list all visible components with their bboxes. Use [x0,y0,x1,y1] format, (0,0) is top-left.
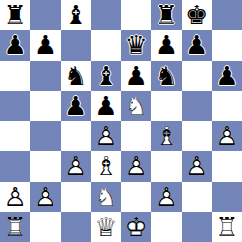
square-g1[interactable] [182,212,212,242]
black-pawn-icon: ♟ [34,32,57,58]
square-h4[interactable]: ♟♙ [212,121,242,151]
white-bishop-outline-icon: ♗ [155,123,178,149]
square-a4[interactable] [0,121,30,151]
piece-white-pawn[interactable]: ♟♙ [0,182,30,212]
square-g7[interactable]: ♟ [182,30,212,60]
black-pawn-icon: ♟ [155,32,178,58]
black-rook-icon: ♜ [155,2,178,28]
piece-black-pawn[interactable]: ♟ [182,30,212,60]
square-e6[interactable]: ♟ [121,61,151,91]
square-d8[interactable] [91,0,121,30]
square-a1[interactable]: ♜♖ [0,212,30,242]
piece-white-bishop[interactable]: ♝♗ [151,121,181,151]
square-f3[interactable] [151,151,181,181]
piece-white-pawn[interactable]: ♟♙ [151,182,181,212]
black-pawn-icon: ♟ [64,93,87,119]
piece-black-bishop[interactable]: ♝ [61,0,91,30]
white-bishop-outline-icon: ♗ [94,153,117,179]
square-h6[interactable]: ♟ [212,61,242,91]
square-e8[interactable] [121,0,151,30]
square-b6[interactable] [30,61,60,91]
piece-white-knight[interactable]: ♞♘ [121,91,151,121]
piece-white-bishop[interactable]: ♝♗ [91,151,121,181]
piece-white-rook[interactable]: ♜♖ [212,212,242,242]
piece-white-pawn[interactable]: ♟♙ [61,151,91,181]
white-pawn-outline-icon: ♙ [34,184,57,210]
white-rook-outline-icon: ♖ [3,214,26,240]
square-e7[interactable]: ♛ [121,30,151,60]
piece-white-pawn[interactable]: ♟♙ [30,182,60,212]
piece-black-rook[interactable]: ♜ [0,0,30,30]
black-knight-icon: ♞ [155,63,178,89]
square-e4[interactable] [121,121,151,151]
square-c4[interactable] [61,121,91,151]
square-g4[interactable] [182,121,212,151]
square-d1[interactable]: ♛♕ [91,212,121,242]
square-d6[interactable]: ♝ [91,61,121,91]
white-pawn-outline-icon: ♙ [155,184,178,210]
square-c8[interactable]: ♝ [61,0,91,30]
white-knight-outline-icon: ♘ [94,184,117,210]
square-f6[interactable]: ♞ [151,61,181,91]
square-g6[interactable] [182,61,212,91]
square-g8[interactable]: ♚ [182,0,212,30]
square-b5[interactable] [30,91,60,121]
square-e5[interactable]: ♞♘ [121,91,151,121]
square-g2[interactable] [182,182,212,212]
square-f7[interactable]: ♟ [151,30,181,60]
square-b1[interactable] [30,212,60,242]
piece-white-king[interactable]: ♚♔ [121,212,151,242]
square-d5[interactable]: ♟ [91,91,121,121]
piece-black-pawn[interactable]: ♟ [91,91,121,121]
square-h7[interactable] [212,30,242,60]
square-d3[interactable]: ♝♗ [91,151,121,181]
black-queen-icon: ♛ [124,32,147,58]
square-h8[interactable] [212,0,242,30]
piece-black-knight[interactable]: ♞ [61,61,91,91]
square-b8[interactable] [30,0,60,30]
black-pawn-icon: ♟ [94,93,117,119]
piece-black-pawn[interactable]: ♟ [0,30,30,60]
white-king-outline-icon: ♔ [124,214,147,240]
square-a3[interactable] [0,151,30,181]
square-b7[interactable]: ♟ [30,30,60,60]
piece-black-knight[interactable]: ♞ [151,61,181,91]
black-bishop-icon: ♝ [64,2,87,28]
black-pawn-icon: ♟ [3,32,26,58]
piece-black-pawn[interactable]: ♟ [212,61,242,91]
white-pawn-outline-icon: ♙ [215,123,238,149]
piece-white-pawn[interactable]: ♟♙ [182,151,212,181]
black-rook-icon: ♜ [3,2,26,28]
square-f2[interactable]: ♟♙ [151,182,181,212]
piece-white-rook[interactable]: ♜♖ [0,212,30,242]
square-a7[interactable]: ♟ [0,30,30,60]
black-king-icon: ♚ [185,2,208,28]
white-pawn-outline-icon: ♙ [94,123,117,149]
white-pawn-outline-icon: ♙ [185,153,208,179]
square-f8[interactable]: ♜ [151,0,181,30]
piece-black-pawn[interactable]: ♟ [151,30,181,60]
piece-white-queen[interactable]: ♛♕ [91,212,121,242]
piece-black-queen[interactable]: ♛ [121,30,151,60]
piece-black-rook[interactable]: ♜ [151,0,181,30]
square-g3[interactable]: ♟♙ [182,151,212,181]
white-queen-outline-icon: ♕ [94,214,117,240]
square-d2[interactable]: ♞♘ [91,182,121,212]
square-g5[interactable] [182,91,212,121]
square-f1[interactable] [151,212,181,242]
square-e3[interactable]: ♟♙ [121,151,151,181]
piece-white-pawn[interactable]: ♟♙ [91,121,121,151]
piece-black-king[interactable]: ♚ [182,0,212,30]
black-pawn-icon: ♟ [124,63,147,89]
piece-black-pawn[interactable]: ♟ [61,91,91,121]
square-e2[interactable] [121,182,151,212]
square-f4[interactable]: ♝♗ [151,121,181,151]
square-a8[interactable]: ♜ [0,0,30,30]
square-a2[interactable]: ♟♙ [0,182,30,212]
chess-board: ♜♝♜♚♟♟♛♟♟♞♝♟♞♟♟♟♞♘♟♙♝♗♟♙♟♙♝♗♟♙♟♙♟♙♟♙♞♘♟♙… [0,0,242,242]
white-rook-outline-icon: ♖ [215,214,238,240]
square-c3[interactable]: ♟♙ [61,151,91,181]
square-d4[interactable]: ♟♙ [91,121,121,151]
black-pawn-icon: ♟ [185,32,208,58]
square-f5[interactable] [151,91,181,121]
square-a5[interactable] [0,91,30,121]
square-h2[interactable] [212,182,242,212]
piece-white-knight[interactable]: ♞♘ [91,182,121,212]
square-h5[interactable] [212,91,242,121]
square-b3[interactable] [30,151,60,181]
white-knight-outline-icon: ♘ [124,93,147,119]
square-c7[interactable] [61,30,91,60]
square-a6[interactable] [0,61,30,91]
piece-black-pawn[interactable]: ♟ [30,30,60,60]
piece-black-bishop[interactable]: ♝ [91,61,121,91]
square-h3[interactable] [212,151,242,181]
piece-white-pawn[interactable]: ♟♙ [121,151,151,181]
white-pawn-outline-icon: ♙ [64,153,87,179]
black-knight-icon: ♞ [64,63,87,89]
square-b4[interactable] [30,121,60,151]
square-b2[interactable]: ♟♙ [30,182,60,212]
piece-black-pawn[interactable]: ♟ [121,61,151,91]
square-c1[interactable] [61,212,91,242]
white-pawn-outline-icon: ♙ [124,153,147,179]
black-bishop-icon: ♝ [94,63,117,89]
square-c2[interactable] [61,182,91,212]
black-pawn-icon: ♟ [215,63,238,89]
square-e1[interactable]: ♚♔ [121,212,151,242]
square-h1[interactable]: ♜♖ [212,212,242,242]
square-d7[interactable] [91,30,121,60]
square-c6[interactable]: ♞ [61,61,91,91]
piece-white-pawn[interactable]: ♟♙ [212,121,242,151]
square-c5[interactable]: ♟ [61,91,91,121]
white-pawn-outline-icon: ♙ [3,184,26,210]
